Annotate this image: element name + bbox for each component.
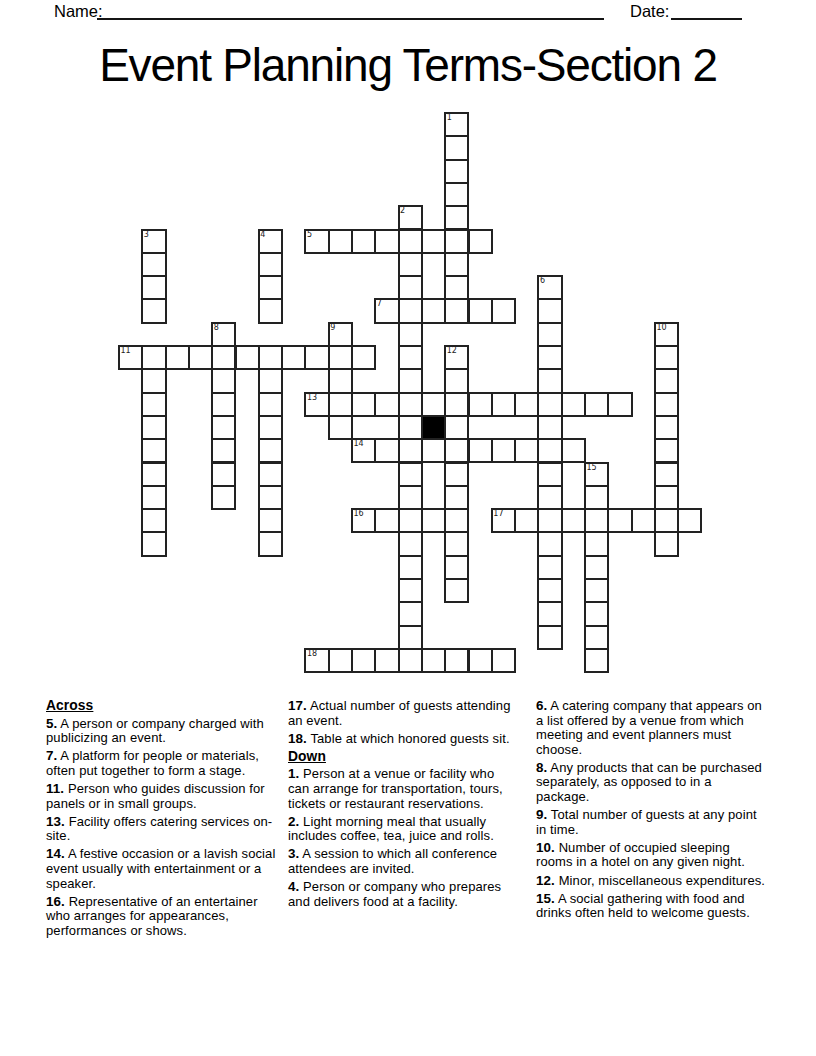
clue-number-2: 2 xyxy=(400,207,405,215)
grid-cell-r11c1[interactable] xyxy=(141,368,166,393)
clue-12-number: 12. xyxy=(536,873,555,888)
grid-cell-r16c18[interactable] xyxy=(537,485,562,510)
grid-cell-r11c14[interactable] xyxy=(444,368,469,393)
grid-cell-r5c15[interactable] xyxy=(468,229,493,254)
grid-cell-r23c10[interactable] xyxy=(351,648,376,673)
grid-cell-r17c12[interactable] xyxy=(398,508,423,533)
grid-cell-r10c7[interactable] xyxy=(281,345,306,370)
clue-11: 11. Person who guides discussion for pan… xyxy=(46,782,277,811)
grid-cell-r13c1[interactable] xyxy=(141,415,166,440)
clue-14: 14. A festive occasion or a lavish socia… xyxy=(46,847,277,891)
name-write-line xyxy=(97,2,604,20)
grid-cell-r23c13[interactable] xyxy=(421,648,446,673)
page-title: Event Planning Terms-Section 2 xyxy=(0,41,816,90)
clue-13: 13. Facility offers catering services on… xyxy=(46,815,277,844)
grid-cell-r5c12[interactable] xyxy=(398,229,423,254)
grid-cell-r14c15[interactable] xyxy=(468,438,493,463)
clue-3-number: 3. xyxy=(288,846,299,861)
clue-10: 10. Number of occupied sleeping rooms in… xyxy=(536,841,767,870)
grid-cell-r12c23[interactable] xyxy=(654,392,679,417)
grid-cell-r11c12[interactable] xyxy=(398,368,423,393)
grid-cell-r14c23[interactable] xyxy=(654,438,679,463)
grid-cell-r10c1[interactable] xyxy=(141,345,166,370)
clue-number-17: 17 xyxy=(493,510,503,518)
grid-cell-r12c12[interactable] xyxy=(398,392,423,417)
grid-cell-r18c12[interactable] xyxy=(398,531,423,556)
clue-12: 12. Minor, miscellaneous expenditures. xyxy=(536,874,767,889)
grid-cell-r20c18[interactable] xyxy=(537,578,562,603)
clues-heading-down: Down xyxy=(288,750,519,765)
grid-cell-r15c23[interactable] xyxy=(654,462,679,487)
grid-cell-r8c1[interactable] xyxy=(141,298,166,323)
grid-cell-r23c12[interactable] xyxy=(398,648,423,673)
grid-cell-r5c10[interactable] xyxy=(351,229,376,254)
clue-9: 9. Total number of guests at any point i… xyxy=(536,808,767,837)
clue-5-number: 5. xyxy=(46,716,57,731)
clue-17-number: 17. xyxy=(288,698,307,713)
grid-cell-r8c12[interactable] xyxy=(398,298,423,323)
grid-cell-r17c24[interactable] xyxy=(677,508,702,533)
grid-cell-r17c19[interactable] xyxy=(561,508,586,533)
grid-cell-r10c3[interactable] xyxy=(188,345,213,370)
clue-number-5: 5 xyxy=(307,231,312,239)
grid-cell-r16c20[interactable] xyxy=(584,485,609,510)
grid-cell-r7c14[interactable] xyxy=(444,275,469,300)
grid-cell-r11c23[interactable] xyxy=(654,368,679,393)
grid-cell-r23c15[interactable] xyxy=(468,648,493,673)
clue-number-16: 16 xyxy=(354,510,364,518)
grid-cell-r7c1[interactable] xyxy=(141,275,166,300)
grid-cell-r15c18[interactable] xyxy=(537,462,562,487)
clue-2-number: 2. xyxy=(288,814,299,829)
grid-cell-r20c14[interactable] xyxy=(444,578,469,603)
grid-cell-r12c10[interactable] xyxy=(351,392,376,417)
grid-cell-r16c1[interactable] xyxy=(141,485,166,510)
clue-18-number: 18. xyxy=(288,731,307,746)
grid-cell-r17c6[interactable] xyxy=(258,508,283,533)
grid-cell-r23c14[interactable] xyxy=(444,648,469,673)
crossword-grid: 123456789101112131415161718 xyxy=(118,112,703,673)
grid-cell-r23c16[interactable] xyxy=(491,648,516,673)
clue-number-12: 12 xyxy=(447,347,457,355)
clue-number-6: 6 xyxy=(540,277,545,285)
grid-cell-r12c1[interactable] xyxy=(141,392,166,417)
grid-cell-r7c12[interactable] xyxy=(398,275,423,300)
crossword-worksheet: { "game": "crossword", "title": "Event P… xyxy=(0,0,816,1056)
grid-cell-r14c12[interactable] xyxy=(398,438,423,463)
grid-cell-r10c18[interactable] xyxy=(537,345,562,370)
grid-cell-r19c20[interactable] xyxy=(584,555,609,580)
grid-cell-r13c9[interactable] xyxy=(328,415,353,440)
grid-cell-r13c6[interactable] xyxy=(258,415,283,440)
clue-number-11: 11 xyxy=(121,347,131,355)
grid-cell-r8c16[interactable] xyxy=(491,298,516,323)
clue-number-1: 1 xyxy=(447,114,452,122)
grid-cell-r13c4[interactable] xyxy=(211,415,236,440)
clue-number-15: 15 xyxy=(587,464,597,472)
clue-4: 4. Person or company who prepares and de… xyxy=(288,880,519,909)
grid-cell-r16c12[interactable] xyxy=(398,485,423,510)
grid-cell-r9c12[interactable] xyxy=(398,322,423,347)
grid-cell-r17c23[interactable] xyxy=(654,508,679,533)
grid-cell-r6c14[interactable] xyxy=(444,252,469,277)
grid-cell-r12c18[interactable] xyxy=(537,392,562,417)
grid-cell-r20c12[interactable] xyxy=(398,578,423,603)
grid-cell-r10c12[interactable] xyxy=(398,345,423,370)
clue-4-number: 4. xyxy=(288,879,299,894)
grid-cell-r12c17[interactable] xyxy=(514,392,539,417)
grid-cell-r15c1[interactable] xyxy=(141,462,166,487)
grid-cell-r11c6[interactable] xyxy=(258,368,283,393)
clue-18: 18. Table at which honored guests sit. xyxy=(288,732,519,747)
grid-cell-r14c1[interactable] xyxy=(141,438,166,463)
clue-column-3: 6. A catering company that appears on a … xyxy=(536,699,767,924)
grid-cell-r20c20[interactable] xyxy=(584,578,609,603)
clue-number-10: 10 xyxy=(656,324,666,332)
grid-cell-r23c20[interactable] xyxy=(584,648,609,673)
grid-cell-r21c18[interactable] xyxy=(537,601,562,626)
grid-cell-r14c16[interactable] xyxy=(491,438,516,463)
grid-cell-r8c6[interactable] xyxy=(258,298,283,323)
grid-cell-r14c4[interactable] xyxy=(211,438,236,463)
clue-11-number: 11. xyxy=(46,781,64,796)
grid-cell-r11c4[interactable] xyxy=(211,368,236,393)
clue-1-number: 1. xyxy=(288,766,299,781)
clue-9-number: 9. xyxy=(536,807,547,822)
grid-cell-r4c14[interactable] xyxy=(444,205,469,230)
clue-number-8: 8 xyxy=(214,324,219,332)
grid-cell-r12c19[interactable] xyxy=(561,392,586,417)
grid-cell-r11c18[interactable] xyxy=(537,368,562,393)
grid-cell-r6c12[interactable] xyxy=(398,252,423,277)
grid-cell-r8c15[interactable] xyxy=(468,298,493,323)
grid-cell-r23c9[interactable] xyxy=(328,648,353,673)
clue-5: 5. A person or company charged with publ… xyxy=(46,717,277,746)
grid-cell-r10c6[interactable] xyxy=(258,345,283,370)
grid-cell-r19c12[interactable] xyxy=(398,555,423,580)
clue-number-18: 18 xyxy=(307,650,317,658)
grid-cell-r8c18[interactable] xyxy=(537,298,562,323)
grid-cell-r12c21[interactable] xyxy=(607,392,632,417)
grid-cell-r16c23[interactable] xyxy=(654,485,679,510)
grid-cell-r13c23[interactable] xyxy=(654,415,679,440)
grid-cell-r14c17[interactable] xyxy=(514,438,539,463)
clue-14-number: 14. xyxy=(46,846,65,861)
grid-cell-r5c14[interactable] xyxy=(444,229,469,254)
grid-cell-r16c6[interactable] xyxy=(258,485,283,510)
grid-cell-r17c21[interactable] xyxy=(607,508,632,533)
grid-cell-r6c1[interactable] xyxy=(141,252,166,277)
grid-cell-r15c12[interactable] xyxy=(398,462,423,487)
grid-cell-r8c13[interactable] xyxy=(421,298,446,323)
clue-7-number: 7. xyxy=(46,748,57,763)
name-label: Name: xyxy=(54,2,103,21)
grid-cell-r11c9[interactable] xyxy=(328,368,353,393)
clue-number-14: 14 xyxy=(354,440,364,448)
grid-cell-r19c14[interactable] xyxy=(444,555,469,580)
grid-cell-r17c17[interactable] xyxy=(514,508,539,533)
grid-cell-r14c18[interactable] xyxy=(537,438,562,463)
grid-cell-r13c12[interactable] xyxy=(398,415,423,440)
grid-cell-r3c14[interactable] xyxy=(444,182,469,207)
grid-cell-r10c9[interactable] xyxy=(328,345,353,370)
clue-number-4: 4 xyxy=(260,231,265,239)
grid-cell-r12c6[interactable] xyxy=(258,392,283,417)
grid-cell-r14c6[interactable] xyxy=(258,438,283,463)
clue-6: 6. A catering company that appears on a … xyxy=(536,699,767,757)
grid-cell-r2c14[interactable] xyxy=(444,159,469,184)
clue-number-7: 7 xyxy=(377,300,382,308)
grid-cell-r5c11[interactable] xyxy=(374,229,399,254)
grid-cell-r12c13[interactable] xyxy=(421,392,446,417)
grid-cell-r18c1[interactable] xyxy=(141,531,166,556)
grid-cell-r21c20[interactable] xyxy=(584,601,609,626)
grid-cell-r17c22[interactable] xyxy=(631,508,656,533)
grid-cell-r12c15[interactable] xyxy=(468,392,493,417)
clue-16: 16. Representative of an entertainer who… xyxy=(46,895,277,939)
clue-6-number: 6. xyxy=(536,698,547,713)
grid-cell-r12c9[interactable] xyxy=(328,392,353,417)
grid-cell-r5c9[interactable] xyxy=(328,229,353,254)
grid-cell-r10c23[interactable] xyxy=(654,345,679,370)
clue-10-number: 10. xyxy=(536,840,555,855)
clue-number-3: 3 xyxy=(144,231,149,239)
grid-cell-r12c20[interactable] xyxy=(584,392,609,417)
grid-cell-r17c20[interactable] xyxy=(584,508,609,533)
grid-cell-r14c14[interactable] xyxy=(444,438,469,463)
grid-cell-r14c11[interactable] xyxy=(374,438,399,463)
grid-cell-r6c6[interactable] xyxy=(258,252,283,277)
grid-cell-r12c16[interactable] xyxy=(491,392,516,417)
grid-cell-r8c14[interactable] xyxy=(444,298,469,323)
grid-cell-r19c18[interactable] xyxy=(537,555,562,580)
clue-15: 15. A social gathering with food and dri… xyxy=(536,892,767,921)
grid-cell-r21c12[interactable] xyxy=(398,601,423,626)
grid-cell-r10c10[interactable] xyxy=(351,345,376,370)
clue-7: 7. A platform for people or materials, o… xyxy=(46,749,277,778)
grid-cell-r18c23[interactable] xyxy=(654,531,679,556)
grid-cell-r12c14[interactable] xyxy=(444,392,469,417)
grid-cell-r10c8[interactable] xyxy=(304,345,329,370)
grid-cell-r22c18[interactable] xyxy=(537,625,562,650)
grid-cell-r22c12[interactable] xyxy=(398,625,423,650)
clue-1: 1. Person at a venue or facility who can… xyxy=(288,767,519,811)
clue-number-9: 9 xyxy=(330,324,335,332)
grid-cell-r17c14[interactable] xyxy=(444,508,469,533)
clue-16-number: 16. xyxy=(46,894,65,909)
grid-cell-r22c20[interactable] xyxy=(584,625,609,650)
grid-cell-r17c1[interactable] xyxy=(141,508,166,533)
grid-cell-r15c6[interactable] xyxy=(258,462,283,487)
grid-cell-r17c11[interactable] xyxy=(374,508,399,533)
grid-cell-r17c13[interactable] xyxy=(421,508,446,533)
grid-cell-r9c18[interactable] xyxy=(537,322,562,347)
grid-cell-r17c18[interactable] xyxy=(537,508,562,533)
clue-8: 8. Any products that can be purchased se… xyxy=(536,761,767,805)
grid-cell-r13c14[interactable] xyxy=(444,415,469,440)
clue-13-number: 13. xyxy=(46,814,65,829)
clue-3: 3. A session to which all conference att… xyxy=(288,847,519,876)
grid-cell-r12c4[interactable] xyxy=(211,392,236,417)
clue-column-2: 17. Actual number of guests attending an… xyxy=(288,699,519,913)
grid-cell-r10c2[interactable] xyxy=(165,345,190,370)
clue-15-number: 15. xyxy=(536,891,555,906)
clue-2: 2. Light morning meal that usually inclu… xyxy=(288,815,519,844)
grid-cell-r10c4[interactable] xyxy=(211,345,236,370)
grid-cell-r16c4[interactable] xyxy=(211,485,236,510)
grid-cell-r12c11[interactable] xyxy=(374,392,399,417)
date-label: Date: xyxy=(630,2,669,21)
black-cell xyxy=(421,415,446,440)
grid-cell-r18c20[interactable] xyxy=(584,531,609,556)
grid-cell-r18c14[interactable] xyxy=(444,531,469,556)
grid-cell-r5c13[interactable] xyxy=(421,229,446,254)
grid-cell-r14c19[interactable] xyxy=(561,438,586,463)
grid-cell-r13c18[interactable] xyxy=(537,415,562,440)
grid-cell-r23c11[interactable] xyxy=(374,648,399,673)
grid-cell-r7c6[interactable] xyxy=(258,275,283,300)
grid-cell-r1c14[interactable] xyxy=(444,135,469,160)
clues-heading-across: Across xyxy=(46,699,277,714)
grid-cell-r14c13[interactable] xyxy=(421,438,446,463)
grid-cell-r18c18[interactable] xyxy=(537,531,562,556)
grid-cell-r15c4[interactable] xyxy=(211,462,236,487)
grid-cell-r10c5[interactable] xyxy=(235,345,260,370)
grid-cell-r18c6[interactable] xyxy=(258,531,283,556)
clue-column-1: Across5. A person or company charged wit… xyxy=(46,699,277,942)
clue-17: 17. Actual number of guests attending an… xyxy=(288,699,519,728)
grid-cell-r15c14[interactable] xyxy=(444,462,469,487)
clue-number-13: 13 xyxy=(307,394,317,402)
clue-8-number: 8. xyxy=(536,760,547,775)
grid-cell-r16c14[interactable] xyxy=(444,485,469,510)
date-write-line xyxy=(671,2,742,20)
